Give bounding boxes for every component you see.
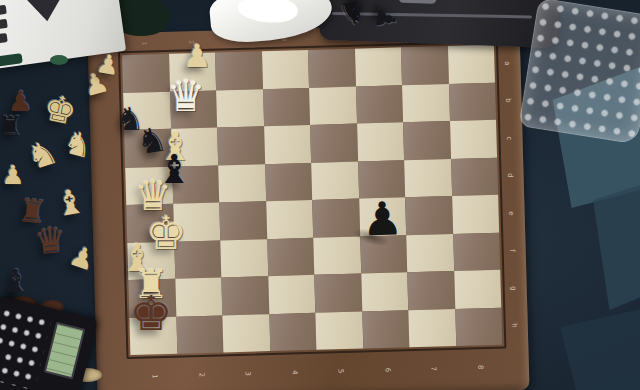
- square-a7: [401, 46, 449, 85]
- box-logo-mark: [0, 33, 8, 44]
- square-g5: [314, 274, 362, 313]
- file-label-h: h: [510, 323, 517, 328]
- file-label-g: g: [509, 286, 516, 291]
- bubble-wrap-bag: [519, 0, 640, 145]
- bag-black-knight: ♞: [336, 0, 368, 30]
- rank-label-8: 8: [476, 365, 483, 370]
- white-queen-board-edge: ♛: [166, 74, 205, 118]
- square-e8: [452, 195, 500, 234]
- square-c6: [357, 122, 405, 161]
- square-a5: [308, 49, 356, 88]
- square-e6: ♟: [359, 197, 407, 236]
- file-label-e: e: [507, 211, 514, 216]
- bag-black-pawn: ♟: [371, 5, 401, 32]
- square-g2: [175, 277, 223, 316]
- square-g7: [407, 271, 455, 310]
- square-c8: [450, 120, 498, 159]
- square-c5: [310, 124, 358, 163]
- pile-black-knight: ♞: [116, 103, 145, 135]
- square-c3: [217, 126, 265, 165]
- black-pawn-e6: ♟: [361, 195, 404, 242]
- rank-label-4: 4: [290, 370, 297, 375]
- square-b4: [263, 87, 311, 126]
- square-a4: [262, 50, 310, 89]
- file-label-f: f: [508, 249, 515, 252]
- file-label-b: b: [504, 98, 511, 103]
- square-b5: [309, 86, 357, 125]
- square-c4: [264, 125, 312, 164]
- square-b6: [356, 85, 404, 124]
- file-label-d: d: [506, 173, 513, 178]
- square-h4: [269, 312, 317, 351]
- rank-label-2: 2: [197, 373, 204, 378]
- pile-black-rook: ♜: [0, 113, 23, 141]
- box-logo-triangle-icon: [24, 0, 69, 24]
- square-a8: [447, 45, 495, 84]
- rosewood-king-corner: ♚: [129, 289, 172, 337]
- rank-label-1: 1: [151, 374, 158, 379]
- pile-cream-knight1: ♞: [22, 133, 61, 175]
- square-g3: [221, 276, 269, 315]
- square-h7: [408, 308, 456, 347]
- file-label-a: a: [503, 61, 510, 65]
- square-h5: [315, 311, 363, 350]
- green-felt-base: [50, 55, 68, 65]
- pile-cream-pawn2: ♟: [94, 50, 121, 80]
- square-h8: [455, 307, 503, 346]
- square-g8: [454, 270, 502, 309]
- top-tick-1: 1: [141, 41, 148, 45]
- square-b7: [402, 84, 450, 123]
- rank-label-6: 6: [383, 368, 390, 373]
- box-logo-mark: [0, 19, 8, 30]
- square-e3: [219, 201, 267, 240]
- square-h6: [362, 310, 410, 349]
- box-green-strip: [0, 53, 23, 67]
- carpet-medium-patch: [593, 185, 640, 310]
- square-f7: [406, 233, 454, 272]
- square-h3: [222, 314, 270, 353]
- square-h2: [176, 315, 224, 354]
- pile-black-bishop: ♝: [1, 265, 30, 297]
- rank-label-5: 5: [337, 369, 344, 374]
- square-f4: [267, 237, 315, 276]
- square-d7: [404, 159, 452, 198]
- square-g4: [268, 275, 316, 314]
- rank-label-3: 3: [244, 371, 251, 376]
- calculator: [0, 295, 98, 390]
- square-f5: [313, 236, 361, 275]
- square-b8: [448, 82, 496, 121]
- square-f8: [453, 232, 501, 271]
- box-logo-mark: [0, 5, 7, 16]
- square-b3: [216, 89, 264, 128]
- paper-fold: [237, 0, 298, 24]
- pile-cream-pawn3: ♟: [1, 162, 24, 188]
- square-e7: [405, 196, 453, 235]
- square-a6: [354, 47, 402, 86]
- square-e4: [266, 200, 314, 239]
- carpet-dark-patch: [560, 300, 640, 390]
- file-label-c: c: [505, 136, 512, 140]
- square-d8: [451, 157, 499, 196]
- cream-pawn-board-edge: ♟: [183, 40, 212, 72]
- photo-scene: { "game": "chess", "scene_description": …: [0, 0, 640, 390]
- square-a1: [122, 54, 170, 93]
- rank-label-7: 7: [430, 366, 437, 371]
- pile-brown-queen: ♛: [32, 222, 68, 261]
- square-f3: [220, 239, 268, 278]
- pile-cream-bishop: ♝: [52, 183, 88, 222]
- square-c7: [403, 121, 451, 160]
- square-d3: [218, 164, 266, 203]
- calculator-keypad: [0, 306, 52, 390]
- square-d4: [265, 162, 313, 201]
- square-g6: [361, 272, 409, 311]
- square-a3: [215, 51, 263, 90]
- calculator-lcd-screen: [44, 322, 86, 380]
- bag-gray-patch: [398, 0, 437, 4]
- square-d5: [311, 161, 359, 200]
